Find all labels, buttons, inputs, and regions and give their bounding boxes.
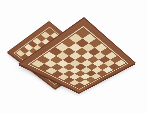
product-photo-two-chessboards xyxy=(0,0,147,113)
square-h1 xyxy=(74,83,84,88)
chess-board-front xyxy=(18,17,136,93)
